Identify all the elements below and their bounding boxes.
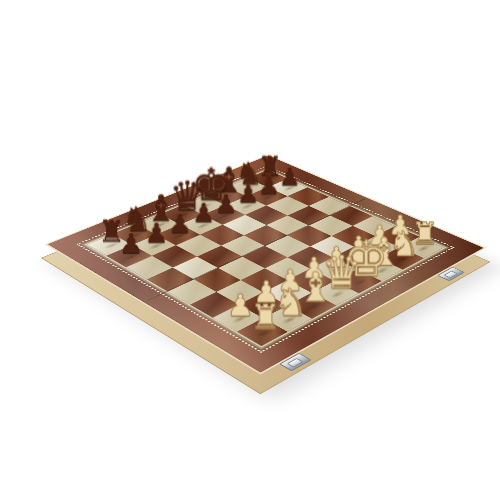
square-a1: ♜	[237, 318, 288, 346]
piece-black-pawn-a7: ♟	[115, 231, 147, 257]
chess-board-3d: ♜♞♝♛♚♝♞♜♟♟♟♟♟♟♟♟♟♟♟♟♟♟♟♟♜♞♝♛♚♝♞♜	[45, 154, 486, 374]
chess-set-scene: ♜♞♝♛♚♝♞♜♟♟♟♟♟♟♟♟♟♟♟♟♟♟♟♟♜♞♝♛♚♝♞♜	[109, 90, 421, 402]
board-frame: ♜♞♝♛♚♝♞♜♟♟♟♟♟♟♟♟♟♟♟♟♟♟♟♟♜♞♝♛♚♝♞♜	[45, 154, 486, 374]
piece-white-rook-a1: ♜	[247, 301, 283, 333]
product-photo: ♜♞♝♛♚♝♞♜♟♟♟♟♟♟♟♟♟♟♟♟♟♟♟♟♜♞♝♛♚♝♞♜	[0, 0, 500, 500]
